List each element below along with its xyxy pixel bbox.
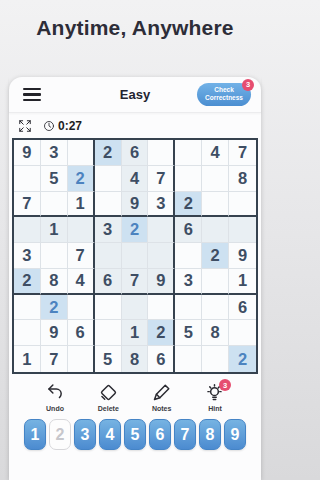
status-bar: 0:27 bbox=[9, 113, 261, 138]
hint-badge: 3 bbox=[219, 379, 231, 391]
cell-r9c9[interactable]: 2 bbox=[229, 346, 256, 372]
cell-r9c1[interactable]: 1 bbox=[14, 346, 41, 372]
cell-r3c9[interactable] bbox=[229, 192, 256, 218]
cell-r3c2[interactable] bbox=[41, 192, 68, 218]
hint-button[interactable]: Hint 3 bbox=[195, 382, 235, 412]
cell-r6c1[interactable]: 2 bbox=[14, 269, 41, 295]
cell-r9c2[interactable]: 7 bbox=[41, 346, 68, 372]
cell-r3c8[interactable] bbox=[202, 192, 229, 218]
undo-icon bbox=[45, 382, 66, 403]
cell-r1c4[interactable]: 2 bbox=[95, 140, 122, 166]
timer: 0:27 bbox=[43, 119, 82, 133]
cell-r4c8[interactable] bbox=[202, 217, 229, 243]
check-button-line1: Check bbox=[214, 86, 234, 93]
cell-r2c9[interactable]: 8 bbox=[229, 166, 256, 192]
pencil-icon bbox=[151, 382, 172, 403]
cell-r7c4[interactable] bbox=[95, 295, 122, 321]
cell-r4c9[interactable] bbox=[229, 217, 256, 243]
cell-r4c4[interactable]: 3 bbox=[95, 217, 122, 243]
numpad-key-2[interactable]: 2 bbox=[49, 419, 71, 450]
numpad-key-6[interactable]: 6 bbox=[149, 419, 171, 450]
cell-r1c6[interactable] bbox=[148, 140, 175, 166]
fullscreen-icon[interactable] bbox=[18, 119, 32, 133]
notes-button[interactable]: Notes bbox=[142, 382, 182, 412]
menu-icon[interactable] bbox=[23, 88, 41, 101]
toolbar: Undo Delete Notes Hint 3 bbox=[9, 382, 261, 412]
numpad-key-4[interactable]: 4 bbox=[99, 419, 121, 450]
cell-r8c6[interactable]: 2 bbox=[148, 320, 175, 346]
numpad-key-8[interactable]: 8 bbox=[199, 419, 221, 450]
cell-r6c4[interactable]: 6 bbox=[95, 269, 122, 295]
cell-r6c9[interactable]: 1 bbox=[229, 269, 256, 295]
cell-r5c7[interactable] bbox=[175, 243, 202, 269]
cell-r2c8[interactable] bbox=[202, 166, 229, 192]
cell-r6c2[interactable]: 8 bbox=[41, 269, 68, 295]
delete-button[interactable]: Delete bbox=[88, 382, 128, 412]
hint-label: Hint bbox=[208, 405, 222, 412]
eraser-icon bbox=[98, 382, 119, 403]
cell-r9c6[interactable]: 6 bbox=[148, 346, 175, 372]
cell-r2c3[interactable]: 2 bbox=[68, 166, 95, 192]
cell-r3c6[interactable]: 3 bbox=[148, 192, 175, 218]
cell-r9c5[interactable]: 8 bbox=[122, 346, 149, 372]
cell-r4c6[interactable] bbox=[148, 217, 175, 243]
cell-r5c8[interactable]: 2 bbox=[202, 243, 229, 269]
cell-r8c5[interactable]: 1 bbox=[122, 320, 149, 346]
cell-r2c1[interactable] bbox=[14, 166, 41, 192]
cell-r6c8[interactable] bbox=[202, 269, 229, 295]
cell-r8c1[interactable] bbox=[14, 320, 41, 346]
cell-r1c8[interactable]: 4 bbox=[202, 140, 229, 166]
cell-r3c5[interactable]: 9 bbox=[122, 192, 149, 218]
undo-button[interactable]: Undo bbox=[35, 382, 75, 412]
check-button-line2: Correctness bbox=[205, 94, 243, 101]
cell-r1c9[interactable]: 7 bbox=[229, 140, 256, 166]
cell-r8c8[interactable]: 8 bbox=[202, 320, 229, 346]
clock-icon bbox=[43, 120, 55, 132]
cell-r9c7[interactable] bbox=[175, 346, 202, 372]
cell-r2c5[interactable]: 4 bbox=[122, 166, 149, 192]
cell-r7c6[interactable] bbox=[148, 295, 175, 321]
cell-r2c4[interactable] bbox=[95, 166, 122, 192]
number-pad: 123456789 bbox=[9, 419, 261, 450]
cell-r5c2[interactable] bbox=[41, 243, 68, 269]
cell-r7c2[interactable]: 2 bbox=[41, 295, 68, 321]
cell-r9c3[interactable] bbox=[68, 346, 95, 372]
cell-r7c5[interactable] bbox=[122, 295, 149, 321]
cell-r5c4[interactable] bbox=[95, 243, 122, 269]
cell-r7c1[interactable] bbox=[14, 295, 41, 321]
cell-r8c3[interactable]: 6 bbox=[68, 320, 95, 346]
cell-r3c7[interactable]: 2 bbox=[175, 192, 202, 218]
cell-r1c7[interactable] bbox=[175, 140, 202, 166]
cell-r6c6[interactable]: 9 bbox=[148, 269, 175, 295]
cell-r7c3[interactable] bbox=[68, 295, 95, 321]
cell-r4c2[interactable]: 1 bbox=[41, 217, 68, 243]
cell-r5c5[interactable] bbox=[122, 243, 149, 269]
cell-r7c7[interactable] bbox=[175, 295, 202, 321]
cell-r8c9[interactable] bbox=[229, 320, 256, 346]
numpad-key-5[interactable]: 5 bbox=[124, 419, 146, 450]
cell-r4c7[interactable]: 6 bbox=[175, 217, 202, 243]
cell-r4c3[interactable] bbox=[68, 217, 95, 243]
numpad-key-1[interactable]: 1 bbox=[24, 419, 46, 450]
cell-r5c9[interactable]: 9 bbox=[229, 243, 256, 269]
cell-r4c5[interactable]: 2 bbox=[122, 217, 149, 243]
cell-r1c1[interactable]: 9 bbox=[14, 140, 41, 166]
cell-r8c2[interactable]: 9 bbox=[41, 320, 68, 346]
notes-label: Notes bbox=[152, 405, 171, 412]
cell-r8c4[interactable] bbox=[95, 320, 122, 346]
cell-r5c3[interactable]: 7 bbox=[68, 243, 95, 269]
cell-r3c4[interactable] bbox=[95, 192, 122, 218]
banner-title: Anytime, Anywhere bbox=[0, 16, 270, 40]
header-bar: Easy Check Correctness 3 bbox=[9, 77, 261, 113]
sudoku-board: 9326475247871932132637292846793126961258… bbox=[12, 138, 258, 374]
delete-label: Delete bbox=[98, 405, 119, 412]
cell-r6c3[interactable]: 4 bbox=[68, 269, 95, 295]
cell-r9c8[interactable] bbox=[202, 346, 229, 372]
cell-r6c7[interactable]: 3 bbox=[175, 269, 202, 295]
numpad-key-7[interactable]: 7 bbox=[174, 419, 196, 450]
cell-r4c1[interactable] bbox=[14, 217, 41, 243]
cell-r8c7[interactable]: 5 bbox=[175, 320, 202, 346]
cell-r2c7[interactable] bbox=[175, 166, 202, 192]
cell-r6c5[interactable]: 7 bbox=[122, 269, 149, 295]
cell-r5c6[interactable] bbox=[148, 243, 175, 269]
cell-r2c2[interactable]: 5 bbox=[41, 166, 68, 192]
numpad-key-3[interactable]: 3 bbox=[74, 419, 96, 450]
game-card: Easy Check Correctness 3 0:27 9326475247… bbox=[9, 77, 261, 480]
undo-label: Undo bbox=[46, 405, 64, 412]
cell-r5c1[interactable]: 3 bbox=[14, 243, 41, 269]
cell-r3c3[interactable]: 1 bbox=[68, 192, 95, 218]
check-correctness-button[interactable]: Check Correctness 3 bbox=[197, 83, 251, 106]
cell-r7c9[interactable]: 6 bbox=[229, 295, 256, 321]
cell-r9c4[interactable]: 5 bbox=[95, 346, 122, 372]
cell-r3c1[interactable]: 7 bbox=[14, 192, 41, 218]
cell-r1c5[interactable]: 6 bbox=[122, 140, 149, 166]
cell-r1c3[interactable] bbox=[68, 140, 95, 166]
cell-r1c2[interactable]: 3 bbox=[41, 140, 68, 166]
cell-r2c6[interactable]: 7 bbox=[148, 166, 175, 192]
timer-value: 0:27 bbox=[58, 119, 82, 133]
numpad-key-9[interactable]: 9 bbox=[224, 419, 246, 450]
cell-r7c8[interactable] bbox=[202, 295, 229, 321]
check-badge: 3 bbox=[242, 79, 254, 91]
